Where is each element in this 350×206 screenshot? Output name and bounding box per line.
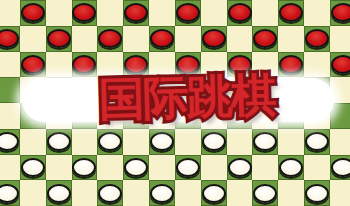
light-square[interactable]	[227, 26, 253, 52]
dark-square[interactable]	[175, 52, 201, 78]
red-piece[interactable]	[279, 55, 303, 74]
white-piece[interactable]	[124, 158, 148, 177]
light-square[interactable]	[0, 103, 20, 129]
white-piece[interactable]	[150, 132, 174, 151]
dark-square[interactable]	[330, 103, 350, 129]
light-square[interactable]	[252, 155, 278, 181]
dark-square[interactable]	[46, 180, 72, 206]
light-square[interactable]	[149, 0, 175, 26]
dark-square[interactable]	[304, 26, 330, 52]
dark-square[interactable]	[252, 26, 278, 52]
light-square[interactable]	[149, 52, 175, 78]
red-piece[interactable]	[331, 55, 350, 74]
dark-square[interactable]	[97, 129, 123, 155]
light-square[interactable]	[304, 155, 330, 181]
red-piece[interactable]	[228, 3, 252, 22]
red-piece[interactable]	[98, 29, 122, 48]
light-square[interactable]	[149, 155, 175, 181]
red-piece[interactable]	[150, 29, 174, 48]
red-piece[interactable]	[279, 3, 303, 22]
dark-square[interactable]	[201, 26, 227, 52]
dark-square[interactable]	[97, 26, 123, 52]
light-square[interactable]	[123, 26, 149, 52]
dark-square[interactable]	[46, 129, 72, 155]
light-square[interactable]	[201, 155, 227, 181]
white-piece[interactable]	[202, 132, 226, 151]
light-square[interactable]	[278, 180, 304, 206]
light-square[interactable]	[0, 52, 20, 78]
light-square[interactable]	[201, 0, 227, 26]
red-piece[interactable]	[228, 55, 252, 74]
white-piece[interactable]	[279, 158, 303, 177]
light-square[interactable]	[20, 129, 46, 155]
dark-square[interactable]	[227, 0, 253, 26]
white-piece[interactable]	[305, 184, 329, 203]
checkers-splash-screen: 国际跳棋 国际跳棋	[0, 0, 350, 206]
dark-square[interactable]	[123, 0, 149, 26]
dark-square[interactable]	[278, 0, 304, 26]
dark-square[interactable]	[149, 129, 175, 155]
white-piece[interactable]	[98, 184, 122, 203]
red-piece[interactable]	[253, 29, 277, 48]
dark-square[interactable]	[227, 52, 253, 78]
dark-square[interactable]	[0, 180, 20, 206]
white-piece[interactable]	[0, 184, 19, 203]
light-square[interactable]	[20, 180, 46, 206]
light-square[interactable]	[0, 0, 20, 26]
light-square[interactable]	[97, 155, 123, 181]
dark-square[interactable]	[20, 155, 46, 181]
dark-square[interactable]	[97, 180, 123, 206]
dark-square[interactable]	[149, 180, 175, 206]
white-piece[interactable]	[47, 184, 71, 203]
light-square[interactable]	[175, 180, 201, 206]
dark-square[interactable]	[227, 155, 253, 181]
white-piece[interactable]	[21, 158, 45, 177]
red-piece[interactable]	[176, 55, 200, 74]
dark-square[interactable]	[304, 180, 330, 206]
white-piece[interactable]	[253, 184, 277, 203]
dark-square[interactable]	[123, 52, 149, 78]
red-piece[interactable]	[72, 3, 96, 22]
red-piece[interactable]	[21, 3, 45, 22]
white-piece[interactable]	[72, 158, 96, 177]
white-piece[interactable]	[0, 132, 19, 151]
dark-square[interactable]	[175, 0, 201, 26]
white-piece[interactable]	[47, 132, 71, 151]
white-piece[interactable]	[253, 132, 277, 151]
red-piece[interactable]	[72, 55, 96, 74]
light-square[interactable]	[0, 155, 20, 181]
light-square[interactable]	[227, 180, 253, 206]
light-square[interactable]	[330, 129, 350, 155]
light-square[interactable]	[46, 155, 72, 181]
dark-square[interactable]	[201, 180, 227, 206]
light-square[interactable]	[97, 52, 123, 78]
white-piece[interactable]	[228, 158, 252, 177]
dark-square[interactable]	[201, 129, 227, 155]
title-banner	[22, 78, 334, 122]
red-piece[interactable]	[47, 29, 71, 48]
red-piece[interactable]	[202, 29, 226, 48]
red-piece[interactable]	[0, 29, 19, 48]
dark-square[interactable]	[149, 26, 175, 52]
dark-square[interactable]	[252, 180, 278, 206]
light-square[interactable]	[227, 129, 253, 155]
dark-square[interactable]	[330, 52, 350, 78]
dark-square[interactable]	[252, 129, 278, 155]
dark-square[interactable]	[72, 155, 98, 181]
red-piece[interactable]	[21, 55, 45, 74]
white-piece[interactable]	[176, 158, 200, 177]
dark-square[interactable]	[330, 155, 350, 181]
dark-square[interactable]	[278, 155, 304, 181]
light-square[interactable]	[304, 52, 330, 78]
light-square[interactable]	[278, 129, 304, 155]
light-square[interactable]	[123, 129, 149, 155]
white-piece[interactable]	[202, 184, 226, 203]
dark-square[interactable]	[278, 52, 304, 78]
light-square[interactable]	[20, 26, 46, 52]
light-square[interactable]	[72, 129, 98, 155]
light-square[interactable]	[175, 26, 201, 52]
light-square[interactable]	[97, 0, 123, 26]
red-piece[interactable]	[331, 3, 350, 22]
light-square[interactable]	[201, 52, 227, 78]
red-piece[interactable]	[124, 55, 148, 74]
light-square[interactable]	[252, 52, 278, 78]
red-piece[interactable]	[305, 29, 329, 48]
white-piece[interactable]	[98, 132, 122, 151]
light-square[interactable]	[278, 26, 304, 52]
light-square[interactable]	[123, 180, 149, 206]
red-piece[interactable]	[124, 3, 148, 22]
dark-square[interactable]	[46, 26, 72, 52]
light-square[interactable]	[175, 129, 201, 155]
white-piece[interactable]	[305, 132, 329, 151]
dark-square[interactable]	[72, 52, 98, 78]
light-square[interactable]	[72, 180, 98, 206]
dark-square[interactable]	[123, 155, 149, 181]
dark-square[interactable]	[0, 77, 20, 103]
light-square[interactable]	[330, 180, 350, 206]
light-square[interactable]	[46, 52, 72, 78]
dark-square[interactable]	[304, 129, 330, 155]
light-square[interactable]	[72, 26, 98, 52]
dark-square[interactable]	[0, 26, 20, 52]
dark-square[interactable]	[175, 155, 201, 181]
dark-square[interactable]	[330, 0, 350, 26]
dark-square[interactable]	[72, 0, 98, 26]
light-square[interactable]	[304, 0, 330, 26]
white-piece[interactable]	[331, 158, 350, 177]
dark-square[interactable]	[20, 0, 46, 26]
light-square[interactable]	[252, 0, 278, 26]
dark-square[interactable]	[20, 52, 46, 78]
dark-square[interactable]	[0, 129, 20, 155]
light-square[interactable]	[46, 0, 72, 26]
light-square[interactable]	[330, 26, 350, 52]
white-piece[interactable]	[150, 184, 174, 203]
red-piece[interactable]	[176, 3, 200, 22]
